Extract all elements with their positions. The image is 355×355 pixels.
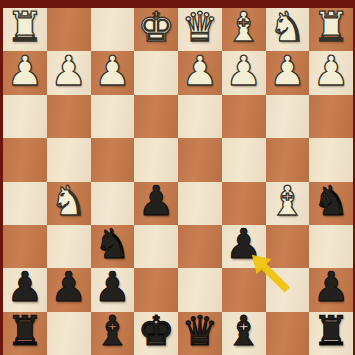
square-b2[interactable]: ♟ [266, 51, 310, 94]
square-c6[interactable]: ♟ [222, 225, 266, 268]
square-f8[interactable]: ♝ [91, 312, 135, 355]
square-g8[interactable] [47, 312, 91, 355]
chess-board: ♜♚♛♝♞♜♟♟♟♟♟♟♟♞♟♝♞♞♟♟♟♟♟♜♝♚♛♝♜ [3, 8, 353, 355]
piece-black-king[interactable]: ♚ [138, 311, 175, 352]
square-d1[interactable]: ♛ [178, 8, 222, 51]
piece-black-queen[interactable]: ♛ [181, 311, 218, 352]
piece-black-pawn[interactable]: ♟ [225, 224, 262, 265]
square-g3[interactable] [47, 95, 91, 138]
square-h5[interactable] [3, 182, 47, 225]
piece-black-pawn[interactable]: ♟ [6, 267, 43, 308]
piece-black-knight[interactable]: ♞ [94, 224, 131, 265]
square-c1[interactable]: ♝ [222, 8, 266, 51]
piece-white-pawn[interactable]: ♟ [181, 51, 218, 92]
square-a7[interactable]: ♟ [309, 268, 353, 311]
square-h4[interactable] [3, 138, 47, 181]
piece-white-bishop[interactable]: ♝ [225, 7, 262, 48]
square-d6[interactable] [178, 225, 222, 268]
square-h7[interactable]: ♟ [3, 268, 47, 311]
square-f3[interactable] [91, 95, 135, 138]
square-b7[interactable] [266, 268, 310, 311]
square-d5[interactable] [178, 182, 222, 225]
square-f6[interactable]: ♞ [91, 225, 135, 268]
square-c8[interactable]: ♝ [222, 312, 266, 355]
square-h6[interactable] [3, 225, 47, 268]
piece-white-pawn[interactable]: ♟ [94, 51, 131, 92]
square-e3[interactable] [134, 95, 178, 138]
piece-white-rook[interactable]: ♜ [6, 7, 43, 48]
square-c7[interactable] [222, 268, 266, 311]
square-g6[interactable] [47, 225, 91, 268]
piece-black-pawn[interactable]: ♟ [50, 267, 87, 308]
square-b3[interactable] [266, 95, 310, 138]
square-g4[interactable] [47, 138, 91, 181]
piece-white-pawn[interactable]: ♟ [225, 51, 262, 92]
square-g5[interactable]: ♞ [47, 182, 91, 225]
square-e1[interactable]: ♚ [134, 8, 178, 51]
square-a6[interactable] [309, 225, 353, 268]
square-e6[interactable] [134, 225, 178, 268]
piece-black-pawn[interactable]: ♟ [138, 181, 175, 222]
square-f4[interactable] [91, 138, 135, 181]
square-e2[interactable] [134, 51, 178, 94]
piece-black-knight[interactable]: ♞ [313, 181, 350, 222]
piece-white-pawn[interactable]: ♟ [313, 51, 350, 92]
piece-white-pawn[interactable]: ♟ [6, 51, 43, 92]
square-d4[interactable] [178, 138, 222, 181]
square-c5[interactable] [222, 182, 266, 225]
piece-black-pawn[interactable]: ♟ [94, 267, 131, 308]
square-f7[interactable]: ♟ [91, 268, 135, 311]
piece-black-pawn[interactable]: ♟ [313, 267, 350, 308]
square-f2[interactable]: ♟ [91, 51, 135, 94]
square-d2[interactable]: ♟ [178, 51, 222, 94]
square-e7[interactable] [134, 268, 178, 311]
square-g7[interactable]: ♟ [47, 268, 91, 311]
square-h1[interactable]: ♜ [3, 8, 47, 51]
piece-white-knight[interactable]: ♞ [269, 7, 306, 48]
piece-black-rook[interactable]: ♜ [6, 311, 43, 352]
piece-black-bishop[interactable]: ♝ [94, 311, 131, 352]
piece-white-pawn[interactable]: ♟ [269, 51, 306, 92]
square-c3[interactable] [222, 95, 266, 138]
piece-white-pawn[interactable]: ♟ [50, 51, 87, 92]
square-h3[interactable] [3, 95, 47, 138]
square-b8[interactable] [266, 312, 310, 355]
square-a8[interactable]: ♜ [309, 312, 353, 355]
square-e8[interactable]: ♚ [134, 312, 178, 355]
square-h8[interactable]: ♜ [3, 312, 47, 355]
square-h2[interactable]: ♟ [3, 51, 47, 94]
piece-black-rook[interactable]: ♜ [313, 311, 350, 352]
board-frame: ♜♚♛♝♞♜♟♟♟♟♟♟♟♞♟♝♞♞♟♟♟♟♟♜♝♚♛♝♜ [0, 0, 355, 355]
square-g1[interactable] [47, 8, 91, 51]
square-b5[interactable]: ♝ [266, 182, 310, 225]
square-a5[interactable]: ♞ [309, 182, 353, 225]
square-e4[interactable] [134, 138, 178, 181]
square-a3[interactable] [309, 95, 353, 138]
square-a4[interactable] [309, 138, 353, 181]
square-f1[interactable] [91, 8, 135, 51]
square-c2[interactable]: ♟ [222, 51, 266, 94]
square-a2[interactable]: ♟ [309, 51, 353, 94]
square-e5[interactable]: ♟ [134, 182, 178, 225]
piece-black-bishop[interactable]: ♝ [225, 311, 262, 352]
square-d7[interactable] [178, 268, 222, 311]
square-a1[interactable]: ♜ [309, 8, 353, 51]
piece-white-king[interactable]: ♚ [138, 7, 175, 48]
square-c4[interactable] [222, 138, 266, 181]
square-b1[interactable]: ♞ [266, 8, 310, 51]
piece-white-knight[interactable]: ♞ [50, 181, 87, 222]
square-f5[interactable] [91, 182, 135, 225]
piece-white-rook[interactable]: ♜ [313, 7, 350, 48]
square-g2[interactable]: ♟ [47, 51, 91, 94]
piece-white-bishop[interactable]: ♝ [269, 181, 306, 222]
square-b4[interactable] [266, 138, 310, 181]
square-b6[interactable] [266, 225, 310, 268]
piece-white-queen[interactable]: ♛ [181, 7, 218, 48]
square-d3[interactable] [178, 95, 222, 138]
square-d8[interactable]: ♛ [178, 312, 222, 355]
